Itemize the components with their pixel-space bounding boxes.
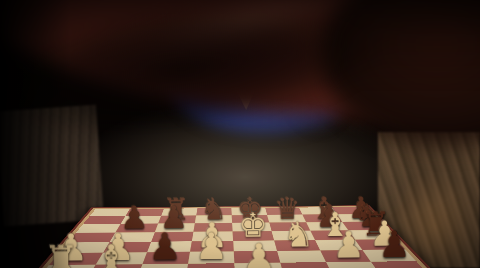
square-g3: ♟ (320, 250, 371, 262)
chess-photo-scene: ♜♞♚♛♝♟♟♟♟♞♚♝♜♟♞♟♟♟♟♟♟♟♜♝♟ (0, 0, 480, 268)
player-jacket-shoulder (290, 20, 360, 130)
piece-white-knight-f4: ♞ (283, 218, 314, 251)
piece-white-pawn-e2: ♟ (242, 240, 277, 268)
forearm-shadow-right (320, 0, 480, 150)
piece-white-pawn-d3: ♟ (194, 229, 227, 264)
chessboard: ♜♞♚♛♝♟♟♟♟♞♚♝♜♟♞♟♟♟♟♟♟♟♜♝♟ (18, 206, 450, 268)
piece-white-rook-a2: ♜ (44, 242, 80, 268)
square-c3: ♟ (142, 252, 190, 264)
moving-arm-motion-blur (0, 0, 480, 145)
square-f2 (280, 262, 332, 268)
square-h3: ♟ (363, 250, 416, 262)
piece-black-pawn-c3: ♟ (148, 230, 182, 265)
piece-black-pawn-h3: ♟ (378, 227, 411, 262)
square-f3 (277, 251, 326, 263)
player-blue-jacket (168, 28, 358, 133)
square-d3: ♟ (188, 251, 234, 263)
square-a7 (83, 216, 125, 224)
square-e2: ♟ (234, 263, 283, 268)
wooden-table-left (0, 105, 104, 227)
piece-white-bishop-b2: ♝ (93, 241, 129, 268)
foreground-shadow-band (0, 0, 436, 146)
player-shirt-collar (216, 58, 274, 110)
board-grid: ♜♞♚♛♝♟♟♟♟♞♚♝♜♟♞♟♟♟♟♟♟♟♜♝♟ (25, 207, 443, 268)
arm-highlight-streak (91, 0, 399, 89)
piece-white-pawn-g3: ♟ (332, 228, 365, 263)
square-f4: ♞ (274, 240, 320, 251)
